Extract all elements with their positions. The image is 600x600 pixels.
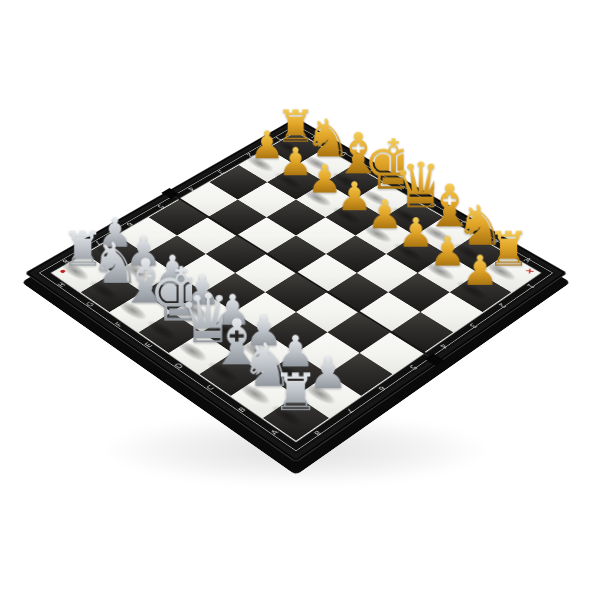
photo-scene: HH11GG22FF33EE44DD55CC66BB77AA88×♜♞♝♛♚♝♞…	[0, 0, 600, 600]
piece-gold-pawn-a2: ♟	[459, 250, 502, 291]
piece-silver-rook-a8: ♜	[273, 365, 320, 417]
chess-board: HH11GG22FF33EE44DD55CC66BB77AA88×♜♞♝♛♚♝♞…	[24, 117, 567, 462]
board-face: HH11GG22FF33EE44DD55CC66BB77AA88×♜♞♝♛♚♝♞…	[36, 123, 556, 453]
